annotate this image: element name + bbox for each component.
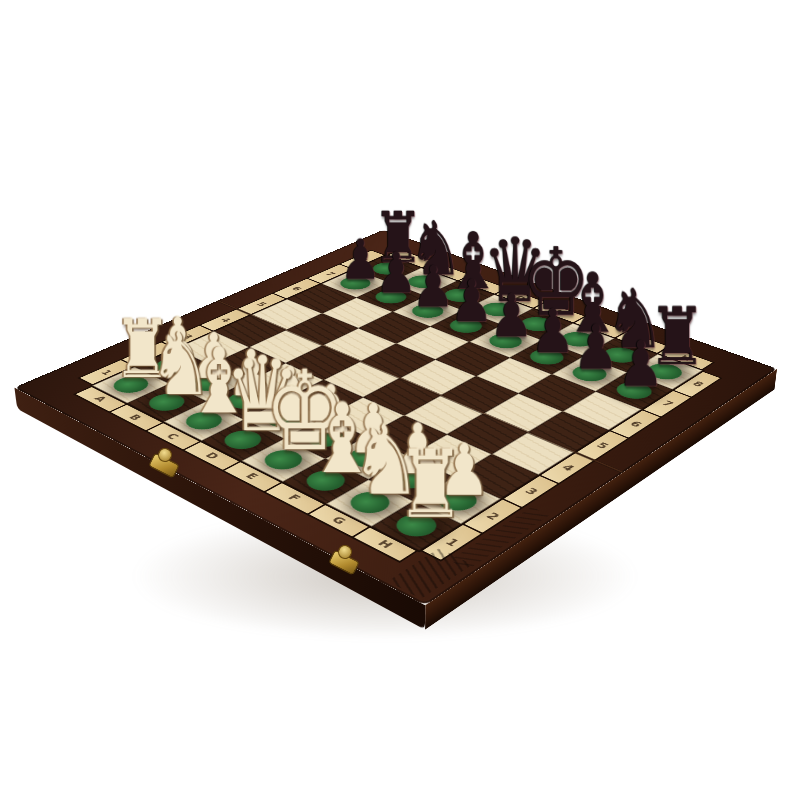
- board-square[interactable]: [484, 393, 563, 432]
- rank-label: 5: [593, 441, 610, 450]
- brass-latch-icon: [328, 547, 362, 573]
- board-3d-scene: ABCDEFGH ABCDEFGH 12345678 12345678 ♜♞♝♛…: [0, 0, 800, 800]
- file-label: G: [328, 515, 349, 527]
- board-square[interactable]: [563, 391, 642, 430]
- board-square[interactable]: [528, 411, 609, 452]
- scene: ABCDEFGH ABCDEFGH 12345678 12345678 ♜♞♝♛…: [0, 0, 800, 800]
- rank-label: 5: [254, 301, 270, 308]
- piece-glyph: ♝: [307, 395, 357, 484]
- piece-glyph: ♟: [618, 335, 663, 393]
- rank-label: 4: [558, 463, 576, 473]
- file-label: B: [127, 413, 146, 422]
- rank-label: 6: [627, 419, 644, 428]
- rank-label: 1: [442, 536, 462, 548]
- rank-label: 3: [522, 486, 541, 496]
- rank-label: 7: [323, 271, 338, 277]
- piece-glyph: ♞: [350, 417, 401, 506]
- file-label: E: [243, 471, 262, 481]
- file-label: D: [202, 451, 222, 461]
- rank-label: 7: [659, 399, 675, 408]
- rank-label: 8: [689, 380, 705, 388]
- file-label: F: [285, 493, 304, 503]
- piece-glyph: ♜: [397, 442, 449, 529]
- file-label: H: [374, 538, 396, 550]
- file-label: C: [164, 431, 183, 440]
- board-square[interactable]: [441, 376, 519, 413]
- file-label: A: [91, 395, 110, 404]
- chess-board: ABCDEFGH ABCDEFGH 12345678 12345678 ♜♞♝♛…: [14, 230, 777, 606]
- rank-label: 2: [483, 511, 502, 522]
- rank-label: 6: [289, 285, 304, 291]
- brass-latch-icon: [148, 450, 182, 476]
